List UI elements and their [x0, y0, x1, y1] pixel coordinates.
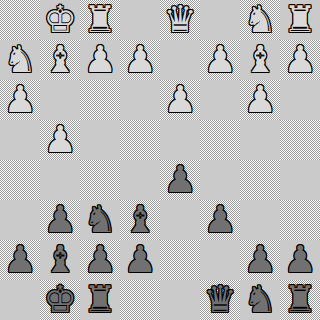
- square-h3[interactable]: ♟: [0, 80, 40, 120]
- black-king[interactable]: ♚: [43, 280, 76, 320]
- black-queen[interactable]: ♛: [203, 280, 236, 320]
- square-b8[interactable]: ♞: [240, 280, 280, 320]
- square-f5[interactable]: [80, 160, 120, 200]
- square-e8[interactable]: [120, 280, 160, 320]
- black-bishop[interactable]: ♝: [123, 200, 156, 240]
- black-pawn[interactable]: ♟: [283, 240, 316, 280]
- square-h1[interactable]: [0, 0, 40, 40]
- square-e2[interactable]: ♟: [120, 40, 160, 80]
- square-a5[interactable]: [280, 160, 320, 200]
- square-d7[interactable]: [160, 240, 200, 280]
- square-a7[interactable]: ♟: [280, 240, 320, 280]
- white-pawn[interactable]: ♟: [3, 80, 36, 120]
- white-king[interactable]: ♚: [43, 0, 76, 40]
- square-b2[interactable]: ♝: [240, 40, 280, 80]
- square-e1[interactable]: [120, 0, 160, 40]
- square-d6[interactable]: [160, 200, 200, 240]
- chess-board: ♚♜♛♞♜♞♝♟♟♟♝♟♟♟♟♟♟♟♞♝♟♟♝♟♟♟♟♚♜♛♞♜: [0, 0, 320, 320]
- square-c3[interactable]: [200, 80, 240, 120]
- white-pawn[interactable]: ♟: [283, 40, 316, 80]
- white-rook[interactable]: ♜: [283, 0, 316, 40]
- square-b5[interactable]: [240, 160, 280, 200]
- square-f7[interactable]: ♟: [80, 240, 120, 280]
- white-knight[interactable]: ♞: [3, 40, 36, 80]
- black-pawn[interactable]: ♟: [123, 240, 156, 280]
- square-d4[interactable]: [160, 120, 200, 160]
- square-e3[interactable]: [120, 80, 160, 120]
- square-b3[interactable]: ♟: [240, 80, 280, 120]
- square-f2[interactable]: ♟: [80, 40, 120, 80]
- black-pawn[interactable]: ♟: [243, 240, 276, 280]
- square-a1[interactable]: ♜: [280, 0, 320, 40]
- white-pawn[interactable]: ♟: [43, 120, 76, 160]
- square-c7[interactable]: [200, 240, 240, 280]
- square-f3[interactable]: [80, 80, 120, 120]
- square-d5[interactable]: ♟: [160, 160, 200, 200]
- square-f4[interactable]: [80, 120, 120, 160]
- square-e5[interactable]: [120, 160, 160, 200]
- black-pawn[interactable]: ♟: [43, 200, 76, 240]
- white-pawn[interactable]: ♟: [203, 40, 236, 80]
- white-pawn[interactable]: ♟: [163, 80, 196, 120]
- black-bishop[interactable]: ♝: [43, 240, 76, 280]
- square-g6[interactable]: ♟: [40, 200, 80, 240]
- white-knight[interactable]: ♞: [243, 0, 276, 40]
- square-g7[interactable]: ♝: [40, 240, 80, 280]
- square-b4[interactable]: [240, 120, 280, 160]
- white-pawn[interactable]: ♟: [123, 40, 156, 80]
- square-d3[interactable]: ♟: [160, 80, 200, 120]
- square-g3[interactable]: [40, 80, 80, 120]
- square-h6[interactable]: [0, 200, 40, 240]
- square-b6[interactable]: [240, 200, 280, 240]
- square-f6[interactable]: ♞: [80, 200, 120, 240]
- square-d1[interactable]: ♛: [160, 0, 200, 40]
- square-g8[interactable]: ♚: [40, 280, 80, 320]
- square-a2[interactable]: ♟: [280, 40, 320, 80]
- square-a4[interactable]: [280, 120, 320, 160]
- white-pawn[interactable]: ♟: [243, 80, 276, 120]
- square-e4[interactable]: [120, 120, 160, 160]
- black-knight[interactable]: ♞: [83, 200, 116, 240]
- square-a6[interactable]: [280, 200, 320, 240]
- square-f8[interactable]: ♜: [80, 280, 120, 320]
- white-queen[interactable]: ♛: [163, 0, 196, 40]
- square-f1[interactable]: ♜: [80, 0, 120, 40]
- white-bishop[interactable]: ♝: [243, 40, 276, 80]
- square-h8[interactable]: [0, 280, 40, 320]
- square-g5[interactable]: [40, 160, 80, 200]
- square-c8[interactable]: ♛: [200, 280, 240, 320]
- black-pawn[interactable]: ♟: [203, 200, 236, 240]
- square-h7[interactable]: ♟: [0, 240, 40, 280]
- black-rook[interactable]: ♜: [283, 280, 316, 320]
- square-a3[interactable]: [280, 80, 320, 120]
- white-bishop[interactable]: ♝: [43, 40, 76, 80]
- black-pawn[interactable]: ♟: [83, 240, 116, 280]
- square-c4[interactable]: [200, 120, 240, 160]
- black-rook[interactable]: ♜: [83, 280, 116, 320]
- square-b7[interactable]: ♟: [240, 240, 280, 280]
- square-h2[interactable]: ♞: [0, 40, 40, 80]
- square-g4[interactable]: ♟: [40, 120, 80, 160]
- black-pawn[interactable]: ♟: [3, 240, 36, 280]
- square-g1[interactable]: ♚: [40, 0, 80, 40]
- black-pawn[interactable]: ♟: [163, 160, 196, 200]
- square-h4[interactable]: [0, 120, 40, 160]
- square-d2[interactable]: [160, 40, 200, 80]
- square-d8[interactable]: [160, 280, 200, 320]
- square-c1[interactable]: [200, 0, 240, 40]
- square-e7[interactable]: ♟: [120, 240, 160, 280]
- square-b1[interactable]: ♞: [240, 0, 280, 40]
- square-e6[interactable]: ♝: [120, 200, 160, 240]
- square-c2[interactable]: ♟: [200, 40, 240, 80]
- square-c5[interactable]: [200, 160, 240, 200]
- black-knight[interactable]: ♞: [243, 280, 276, 320]
- white-pawn[interactable]: ♟: [83, 40, 116, 80]
- white-rook[interactable]: ♜: [83, 0, 116, 40]
- square-a8[interactable]: ♜: [280, 280, 320, 320]
- square-g2[interactable]: ♝: [40, 40, 80, 80]
- square-h5[interactable]: [0, 160, 40, 200]
- square-c6[interactable]: ♟: [200, 200, 240, 240]
